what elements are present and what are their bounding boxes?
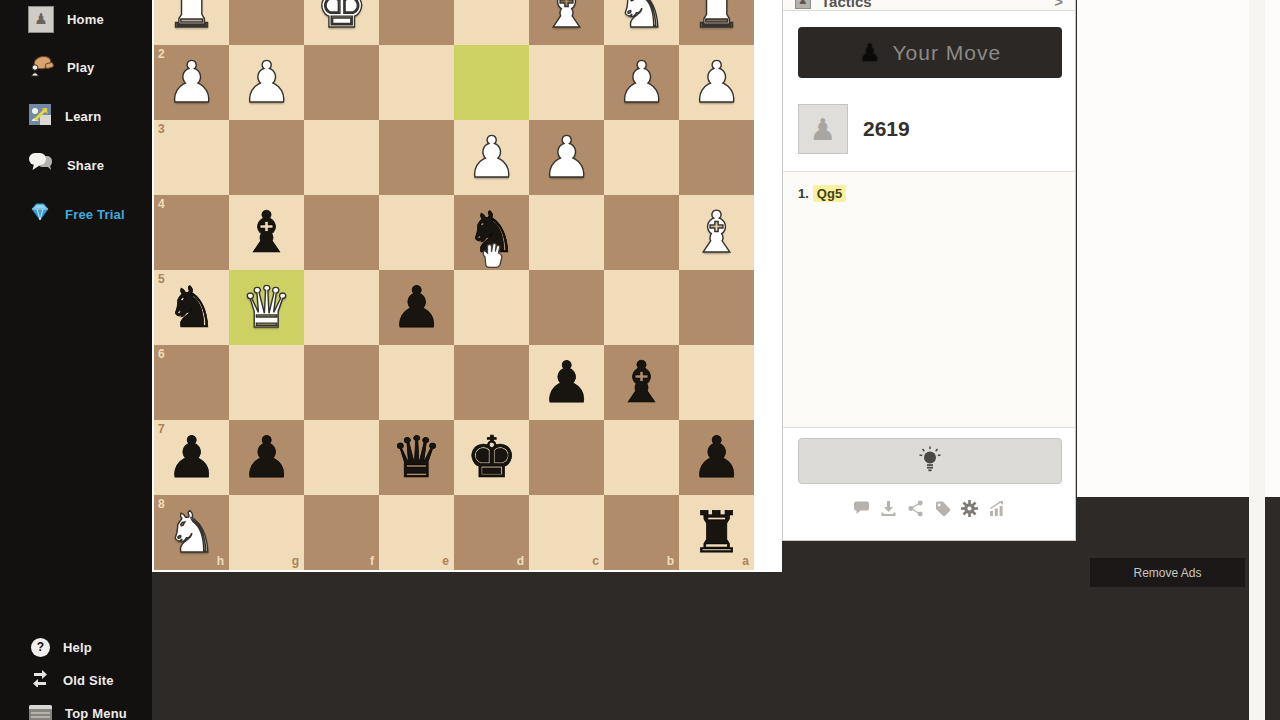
hand-pawn-icon [28, 52, 54, 82]
rank-label: 5 [158, 272, 165, 286]
square-d7[interactable]: ♚ [454, 420, 529, 495]
square-c2[interactable] [529, 45, 604, 120]
square-a4[interactable]: ♝ [679, 195, 754, 270]
square-d5[interactable] [454, 270, 529, 345]
piece-bP-e5[interactable]: ♟ [379, 270, 454, 345]
square-h1[interactable]: 1♜ [154, 0, 229, 45]
square-c5[interactable] [529, 270, 604, 345]
square-h8[interactable]: 8h♞ [154, 495, 229, 570]
square-g6[interactable] [229, 345, 304, 420]
square-b6[interactable]: ♝ [604, 345, 679, 420]
board-arrow-icon [28, 102, 52, 130]
download-icon[interactable] [880, 500, 897, 517]
menu-window-icon [29, 705, 52, 720]
piece-wR-h1[interactable]: ♜ [154, 0, 229, 45]
piece-wP-g2[interactable]: ♟ [229, 45, 304, 120]
your-move-banner: ♟ Your Move [798, 27, 1062, 78]
file-label: b [667, 554, 674, 568]
file-label: f [370, 554, 374, 568]
square-e8[interactable]: e [379, 495, 454, 570]
piece-wP-c3[interactable]: ♟ [529, 120, 604, 195]
panel-bottom [783, 427, 1075, 540]
stats-chart-icon[interactable] [988, 500, 1005, 517]
square-a7[interactable]: ♟ [679, 420, 754, 495]
piece-wK-f1[interactable]: ♚ [304, 0, 379, 45]
square-d2[interactable] [454, 45, 529, 120]
square-e6[interactable] [379, 345, 454, 420]
piece-wB-a4[interactable]: ♝ [679, 195, 754, 270]
board-grid: 1♜♚♝♞♜2♟♟♟♟3♟♟4♝♞♝5♞♛♟6♟♝7♟♟♛♚♟8h♞gfedcb… [154, 0, 754, 570]
square-d6[interactable] [454, 345, 529, 420]
piece-bB-g4[interactable]: ♝ [229, 195, 304, 270]
sidebar-item-label: Free Trial [65, 207, 125, 222]
puzzle-rating: 2619 [863, 117, 910, 141]
chess-board: 1♜♚♝♞♜2♟♟♟♟3♟♟4♝♞♝5♞♛♟6♟♝7♟♟♛♚♟8h♞gfedcb… [154, 0, 754, 570]
square-e5[interactable]: ♟ [379, 270, 454, 345]
panel-header: ♟ Tactics > [783, 0, 1075, 11]
file-label: d [517, 554, 524, 568]
sidebar-item-help[interactable]: ? Help [0, 630, 152, 664]
rank-label: 6 [158, 347, 165, 361]
diamond-icon [28, 202, 52, 226]
piece-bN-h5[interactable]: ♞ [154, 270, 229, 345]
rank-label: 3 [158, 122, 165, 136]
square-c8[interactable]: c [529, 495, 604, 570]
square-a2[interactable]: ♟ [679, 45, 754, 120]
sidebar: ♟ Home Play [0, 0, 152, 720]
page: ♟ Home Play [0, 0, 1280, 720]
square-e7[interactable]: ♛ [379, 420, 454, 495]
hint-button[interactable] [798, 438, 1062, 484]
piece-bK-d7[interactable]: ♚ [454, 420, 529, 495]
square-a5[interactable] [679, 270, 754, 345]
square-e1[interactable] [379, 0, 454, 45]
move-san[interactable]: Qg5 [813, 185, 846, 202]
piece-wN-b1[interactable]: ♞ [604, 0, 679, 45]
square-c7[interactable] [529, 420, 604, 495]
square-d4[interactable]: ♞ [454, 195, 529, 270]
pawn-avatar-icon: ♟ [810, 112, 837, 147]
square-a3[interactable] [679, 120, 754, 195]
square-b1[interactable]: ♞ [604, 0, 679, 45]
square-h6[interactable]: 6 [154, 345, 229, 420]
square-e2[interactable] [379, 45, 454, 120]
square-h7[interactable]: 7♟ [154, 420, 229, 495]
square-d8[interactable]: d [454, 495, 529, 570]
square-c6[interactable]: ♟ [529, 345, 604, 420]
sidebar-item-old-site[interactable]: Old Site [0, 663, 152, 697]
panel-title: Tactics [821, 0, 1044, 10]
avatar: ♟ [798, 104, 848, 154]
swap-arrows-icon [30, 669, 50, 691]
share-icon[interactable] [907, 500, 924, 517]
square-f6[interactable] [304, 345, 379, 420]
page-edge-strip [1249, 0, 1265, 720]
piece-bP-h7[interactable]: ♟ [154, 420, 229, 495]
square-d1[interactable] [454, 0, 529, 45]
settings-gear-icon[interactable] [961, 500, 978, 517]
lightbulb-icon [916, 446, 944, 477]
square-f1[interactable]: ♚ [304, 0, 379, 45]
file-label: h [217, 554, 224, 568]
action-icon-row [783, 500, 1075, 517]
square-h4[interactable]: 4 [154, 195, 229, 270]
square-f3[interactable] [304, 120, 379, 195]
tag-icon[interactable] [934, 500, 951, 517]
square-e3[interactable] [379, 120, 454, 195]
sidebar-item-label: Share [67, 158, 104, 173]
sidebar-item-top-menu[interactable]: Top Menu [0, 696, 152, 720]
square-f2[interactable] [304, 45, 379, 120]
square-c1[interactable]: ♝ [529, 0, 604, 45]
piece-bN-d4[interactable]: ♞ [454, 195, 529, 270]
piece-bP-g7[interactable]: ♟ [229, 420, 304, 495]
speech-bubbles-icon [28, 152, 54, 179]
square-a1[interactable]: ♜ [679, 0, 754, 45]
file-label: c [592, 554, 599, 568]
square-g4[interactable]: ♝ [229, 195, 304, 270]
sidebar-item-label: Home [67, 12, 104, 27]
sidebar-item-label: Old Site [63, 673, 114, 688]
your-move-label: Your Move [892, 41, 1001, 65]
sidebar-item-share[interactable]: Share [0, 148, 152, 182]
square-f4[interactable] [304, 195, 379, 270]
sidebar-item-label: Top Menu [65, 706, 127, 720]
square-c3[interactable]: ♟ [529, 120, 604, 195]
sidebar-item-learn[interactable]: Learn [0, 99, 152, 133]
sidebar-item-label: Help [63, 640, 92, 655]
sidebar-item-label: Play [67, 60, 95, 75]
file-label: e [442, 554, 449, 568]
square-f7[interactable] [304, 420, 379, 495]
move-list: 1.Qg5 [783, 171, 1075, 427]
square-g2[interactable]: ♟ [229, 45, 304, 120]
sidebar-item-label: Learn [65, 109, 101, 124]
square-d3[interactable]: ♟ [454, 120, 529, 195]
rank-label: 2 [158, 47, 165, 61]
sidebar-item-play[interactable]: Play [0, 50, 152, 84]
remove-ads-button[interactable]: Remove Ads [1090, 558, 1245, 587]
square-g8[interactable]: g [229, 495, 304, 570]
square-b3[interactable] [604, 120, 679, 195]
square-g7[interactable]: ♟ [229, 420, 304, 495]
rank-label: 8 [158, 497, 165, 511]
tactics-icon: ♟ [795, 0, 811, 9]
file-label: g [292, 554, 299, 568]
sidebar-item-free-trial[interactable]: Free Trial [0, 197, 152, 231]
piece-bQ-e7[interactable]: ♛ [379, 420, 454, 495]
square-g1[interactable] [229, 0, 304, 45]
piece-wP-a2[interactable]: ♟ [679, 45, 754, 120]
square-b2[interactable]: ♟ [604, 45, 679, 120]
square-h2[interactable]: 2♟ [154, 45, 229, 120]
square-f5[interactable] [304, 270, 379, 345]
move-number: 1. [798, 186, 809, 201]
tactics-panel: ♟ Tactics > ♟ Your Move ♟ 2619 1.Qg5 [782, 0, 1076, 541]
piece-wP-d3[interactable]: ♟ [454, 120, 529, 195]
square-a8[interactable]: a♜ [679, 495, 754, 570]
square-b5[interactable] [604, 270, 679, 345]
square-a6[interactable] [679, 345, 754, 420]
square-h3[interactable]: 3 [154, 120, 229, 195]
chevron-right-icon[interactable]: > [1054, 0, 1063, 10]
sidebar-item-home[interactable]: ♟ Home [0, 2, 152, 36]
piece-wR-a1[interactable]: ♜ [679, 0, 754, 45]
piece-wB-c1[interactable]: ♝ [529, 0, 604, 45]
file-label: a [742, 554, 749, 568]
question-circle-icon: ? [31, 638, 50, 657]
piece-wQ-g5[interactable]: ♛ [229, 270, 304, 345]
piece-wP-b2[interactable]: ♟ [604, 45, 679, 120]
pawn-icon: ♟ [859, 39, 881, 67]
square-c4[interactable] [529, 195, 604, 270]
piece-bB-b6[interactable]: ♝ [604, 345, 679, 420]
home-pawn-frame-icon: ♟ [28, 6, 54, 33]
comment-icon[interactable] [853, 500, 870, 517]
rank-label: 4 [158, 197, 165, 211]
square-g3[interactable] [229, 120, 304, 195]
square-f8[interactable]: f [304, 495, 379, 570]
square-b7[interactable] [604, 420, 679, 495]
square-h5[interactable]: 5♞ [154, 270, 229, 345]
square-b4[interactable] [604, 195, 679, 270]
piece-wP-h2[interactable]: ♟ [154, 45, 229, 120]
square-b8[interactable]: b [604, 495, 679, 570]
rank-label: 7 [158, 422, 165, 436]
square-e4[interactable] [379, 195, 454, 270]
piece-bP-a7[interactable]: ♟ [679, 420, 754, 495]
square-g5[interactable]: ♛ [229, 270, 304, 345]
piece-bP-c6[interactable]: ♟ [529, 345, 604, 420]
